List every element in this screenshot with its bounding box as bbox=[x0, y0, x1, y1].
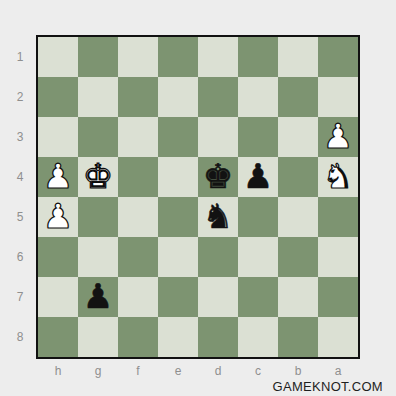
square-c5[interactable] bbox=[238, 197, 278, 237]
white-pawn: ♟ bbox=[43, 156, 73, 196]
square-d1[interactable] bbox=[198, 37, 238, 77]
square-h8[interactable] bbox=[38, 317, 78, 357]
square-d5[interactable]: ♞ bbox=[198, 197, 238, 237]
file-label-c: c bbox=[238, 363, 278, 379]
square-g2[interactable] bbox=[78, 77, 118, 117]
square-c7[interactable] bbox=[238, 277, 278, 317]
square-d3[interactable] bbox=[198, 117, 238, 157]
black-pawn: ♟ bbox=[83, 276, 113, 316]
square-c3[interactable] bbox=[238, 117, 278, 157]
file-labels: hgfedcba bbox=[38, 363, 358, 379]
square-b8[interactable] bbox=[278, 317, 318, 357]
rank-labels: 12345678 bbox=[8, 37, 32, 357]
file-label-g: g bbox=[78, 363, 118, 379]
rank-label-1: 1 bbox=[8, 37, 32, 77]
file-label-b: b bbox=[278, 363, 318, 379]
file-label-f: f bbox=[118, 363, 158, 379]
square-h6[interactable] bbox=[38, 237, 78, 277]
square-e2[interactable] bbox=[158, 77, 198, 117]
square-c6[interactable] bbox=[238, 237, 278, 277]
square-c1[interactable] bbox=[238, 37, 278, 77]
square-h5[interactable]: ♟ bbox=[38, 197, 78, 237]
square-g6[interactable] bbox=[78, 237, 118, 277]
rank-label-6: 6 bbox=[8, 237, 32, 277]
file-label-d: d bbox=[198, 363, 238, 379]
square-f8[interactable] bbox=[118, 317, 158, 357]
square-e5[interactable] bbox=[158, 197, 198, 237]
site-watermark: GAMEKNOT.COM bbox=[273, 379, 384, 394]
square-e7[interactable] bbox=[158, 277, 198, 317]
square-a7[interactable] bbox=[318, 277, 358, 317]
rank-label-5: 5 bbox=[8, 197, 32, 237]
square-d4[interactable]: ♚ bbox=[198, 157, 238, 197]
square-a5[interactable] bbox=[318, 197, 358, 237]
square-g7[interactable]: ♟ bbox=[78, 277, 118, 317]
square-e8[interactable] bbox=[158, 317, 198, 357]
black-knight: ♞ bbox=[203, 196, 233, 236]
square-f4[interactable] bbox=[118, 157, 158, 197]
rank-label-8: 8 bbox=[8, 317, 32, 357]
square-e4[interactable] bbox=[158, 157, 198, 197]
white-knight: ♞ bbox=[323, 156, 353, 196]
square-f7[interactable] bbox=[118, 277, 158, 317]
square-g4[interactable]: ♚ bbox=[78, 157, 118, 197]
square-f5[interactable] bbox=[118, 197, 158, 237]
square-d7[interactable] bbox=[198, 277, 238, 317]
chess-board: ♟♟♚♚♟♞♟♞♟ bbox=[38, 37, 358, 357]
square-b6[interactable] bbox=[278, 237, 318, 277]
rank-label-2: 2 bbox=[8, 77, 32, 117]
square-g1[interactable] bbox=[78, 37, 118, 77]
square-e1[interactable] bbox=[158, 37, 198, 77]
square-g5[interactable] bbox=[78, 197, 118, 237]
chess-diagram: 12345678 ♟♟♚♚♟♞♟♞♟ hgfedcba GAMEKNOT.COM bbox=[0, 0, 396, 396]
square-e6[interactable] bbox=[158, 237, 198, 277]
square-e3[interactable] bbox=[158, 117, 198, 157]
square-c2[interactable] bbox=[238, 77, 278, 117]
file-label-a: a bbox=[318, 363, 358, 379]
square-b2[interactable] bbox=[278, 77, 318, 117]
square-a2[interactable] bbox=[318, 77, 358, 117]
square-f3[interactable] bbox=[118, 117, 158, 157]
square-b1[interactable] bbox=[278, 37, 318, 77]
rank-label-7: 7 bbox=[8, 277, 32, 317]
square-f2[interactable] bbox=[118, 77, 158, 117]
rank-label-3: 3 bbox=[8, 117, 32, 157]
square-f1[interactable] bbox=[118, 37, 158, 77]
square-g8[interactable] bbox=[78, 317, 118, 357]
square-c8[interactable] bbox=[238, 317, 278, 357]
square-h2[interactable] bbox=[38, 77, 78, 117]
white-pawn: ♟ bbox=[43, 196, 73, 236]
square-h4[interactable]: ♟ bbox=[38, 157, 78, 197]
file-label-h: h bbox=[38, 363, 78, 379]
white-pawn: ♟ bbox=[323, 116, 353, 156]
square-b5[interactable] bbox=[278, 197, 318, 237]
black-king: ♚ bbox=[203, 156, 233, 196]
square-c4[interactable]: ♟ bbox=[238, 157, 278, 197]
square-b4[interactable] bbox=[278, 157, 318, 197]
square-a4[interactable]: ♞ bbox=[318, 157, 358, 197]
white-king: ♚ bbox=[83, 156, 113, 196]
square-h1[interactable] bbox=[38, 37, 78, 77]
square-b7[interactable] bbox=[278, 277, 318, 317]
board-frame: ♟♟♚♚♟♞♟♞♟ bbox=[36, 35, 360, 359]
square-g3[interactable] bbox=[78, 117, 118, 157]
square-a6[interactable] bbox=[318, 237, 358, 277]
square-f6[interactable] bbox=[118, 237, 158, 277]
square-a1[interactable] bbox=[318, 37, 358, 77]
black-pawn: ♟ bbox=[243, 156, 273, 196]
square-a8[interactable] bbox=[318, 317, 358, 357]
square-a3[interactable]: ♟ bbox=[318, 117, 358, 157]
square-b3[interactable] bbox=[278, 117, 318, 157]
rank-label-4: 4 bbox=[8, 157, 32, 197]
square-d2[interactable] bbox=[198, 77, 238, 117]
square-h7[interactable] bbox=[38, 277, 78, 317]
file-label-e: e bbox=[158, 363, 198, 379]
square-d6[interactable] bbox=[198, 237, 238, 277]
square-h3[interactable] bbox=[38, 117, 78, 157]
square-d8[interactable] bbox=[198, 317, 238, 357]
